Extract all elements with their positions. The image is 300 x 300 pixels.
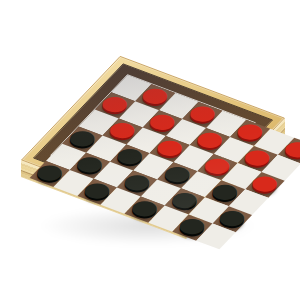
checkers-board: ●●●●●●●●●●●●●●●●●●●●●●●● [21,56,285,222]
checkerboard-grid: ●●●●●●●●●●●●●●●●●●●●●●●● [50,74,256,203]
product-photo-scene: ●●●●●●●●●●●●●●●●●●●●●●●● [0,0,300,300]
